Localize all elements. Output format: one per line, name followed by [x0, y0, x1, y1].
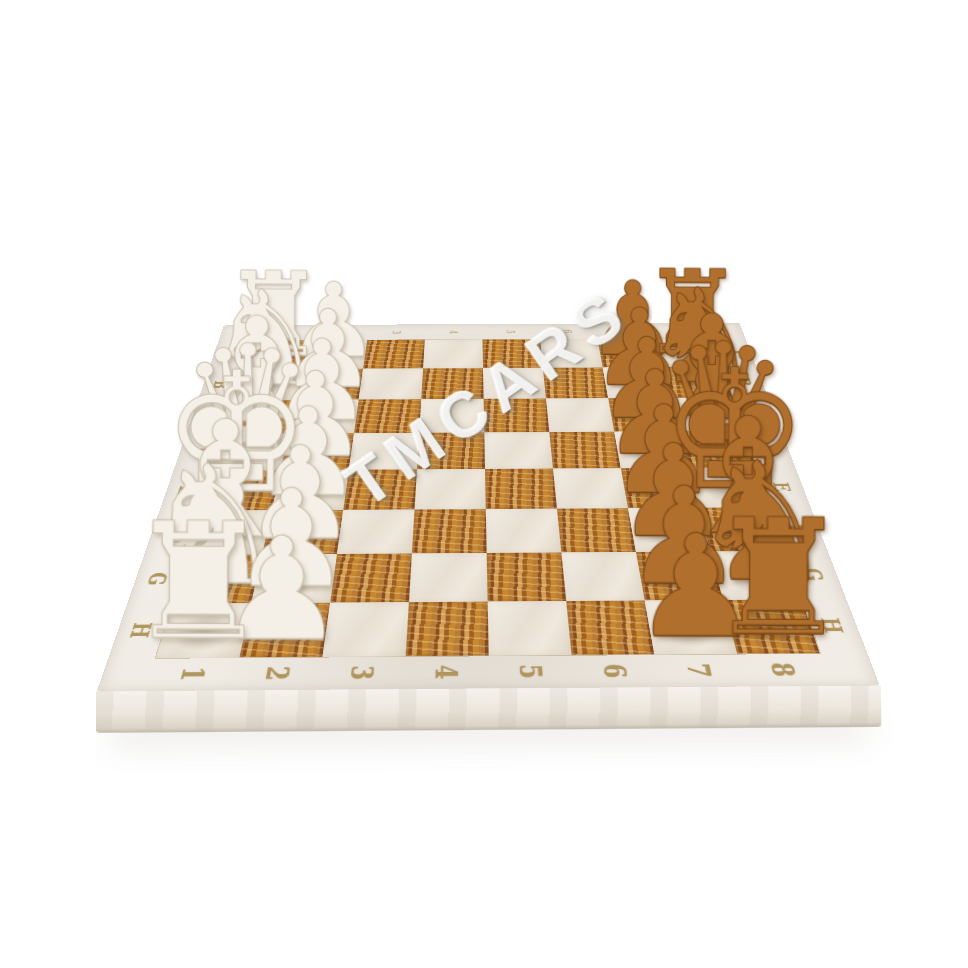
- square-f5: [486, 509, 562, 553]
- piece-shadow-c8: [680, 405, 736, 428]
- square-a2: ♟: [303, 340, 367, 369]
- square-c1: ♝: [224, 400, 297, 434]
- piece-shadow-d7: [623, 439, 679, 464]
- square-b5: [483, 368, 546, 399]
- piece-shadow-c2: [297, 407, 350, 430]
- piece-shadow-g1: [183, 565, 251, 599]
- square-a3: [363, 340, 425, 369]
- piece-shadow-e7: [630, 476, 689, 503]
- square-b8: ♞: [662, 367, 732, 398]
- piece-shadow-h7: [656, 611, 726, 648]
- square-b4: [421, 368, 483, 399]
- piece-shadow-f2: [272, 519, 333, 549]
- square-f2: ♟: [262, 510, 343, 555]
- square-d6: [549, 432, 621, 469]
- square-a6: [540, 339, 603, 368]
- square-b6: [543, 367, 608, 398]
- square-d8: ♛: [679, 431, 756, 468]
- square-d3: [349, 433, 419, 470]
- square-g3: [330, 554, 412, 603]
- piece-shadow-a1: [251, 346, 301, 366]
- square-f8: ♝: [699, 507, 785, 551]
- square-c8: ♝: [670, 398, 744, 432]
- square-a1: ♜: [243, 340, 309, 369]
- square-h6: [566, 601, 654, 655]
- square-h3: [323, 602, 409, 657]
- square-c7: ♟: [608, 398, 679, 432]
- square-a7: ♟: [598, 339, 663, 368]
- piece-shadow-d1: [222, 441, 280, 466]
- piece-shadow-h1: [168, 614, 240, 651]
- square-b3: [359, 368, 423, 399]
- piece-shadow-f7: [638, 517, 700, 547]
- piece-shadow-b7: [611, 374, 662, 395]
- square-f3: [337, 509, 415, 554]
- square-c3: [354, 399, 421, 433]
- piece-shadow-a7: [605, 345, 654, 365]
- square-g1: ♞: [172, 554, 262, 603]
- square-a4: [423, 339, 483, 368]
- square-c2: ♟: [289, 400, 359, 434]
- square-f7: ♟: [628, 508, 710, 552]
- square-g2: ♟: [251, 554, 337, 603]
- square-h7: ♟: [645, 600, 737, 654]
- square-a8: ♜: [655, 338, 722, 367]
- square-g4: [409, 553, 488, 602]
- square-d5: [484, 432, 553, 469]
- piece-shadow-c1: [232, 407, 287, 430]
- piece-shadow-g7: [647, 562, 713, 595]
- square-f6: [557, 508, 636, 552]
- square-g5: [487, 553, 567, 602]
- square-e7: ♟: [621, 468, 699, 508]
- square-h5: [488, 601, 572, 655]
- piece-shadow-g2: [262, 564, 327, 598]
- square-h2: ♟: [239, 603, 330, 658]
- piece-shadow-b2: [304, 375, 355, 396]
- piece-shadow-b1: [242, 375, 294, 396]
- chess-set-scene: 12345678 12345678 ABCDEFGH ABCDEFGH ♜♟♟♜…: [0, 0, 968, 968]
- square-e2: ♟: [272, 470, 349, 511]
- piece-shadow-g8: [722, 561, 790, 594]
- piece-shadow-d8: [689, 439, 747, 464]
- piece-shadow-a8: [663, 344, 714, 364]
- square-b7: ♟: [603, 367, 671, 398]
- piece-shadow-f8: [710, 516, 775, 546]
- board-grid: ♜♟♟♜♞♟♟♞♝♟♟♝♛♟♟♛♚♟♟♚♝♟♟♝♞♟♟♞♜♟♟♜: [156, 338, 820, 658]
- square-h4: [406, 602, 489, 657]
- slab-front-face: [96, 685, 882, 732]
- piece-shadow-e2: [281, 478, 339, 506]
- square-c4: [419, 399, 484, 433]
- square-e1: ♚: [200, 470, 280, 511]
- square-a5: [482, 339, 542, 368]
- square-d7: ♟: [614, 431, 688, 468]
- square-h1: ♜: [156, 603, 251, 658]
- square-c5: [484, 399, 550, 433]
- square-g6: [561, 552, 644, 601]
- piece-shadow-f1: [197, 520, 261, 550]
- square-d4: [417, 432, 485, 469]
- square-e8: ♚: [689, 467, 770, 507]
- square-f4: [412, 509, 487, 553]
- piece-shadow-b8: [671, 373, 724, 394]
- square-d1: ♛: [213, 434, 289, 471]
- piece-shadow-e1: [210, 479, 271, 507]
- square-e3: [343, 469, 417, 510]
- square-e5: [485, 469, 557, 509]
- piece-shadow-e8: [699, 476, 760, 503]
- chess-board-slab: 12345678 12345678 ABCDEFGH ABCDEFGH ♜♟♟♜…: [97, 323, 881, 692]
- piece-shadow-c7: [617, 405, 671, 428]
- square-g7: ♟: [636, 552, 723, 601]
- piece-shadow-h2: [250, 614, 319, 651]
- square-b2: ♟: [296, 369, 363, 400]
- piece-shadow-a2: [311, 346, 360, 366]
- piece-shadow-h8: [735, 611, 808, 648]
- square-d2: ♟: [281, 433, 354, 470]
- square-e6: [553, 468, 628, 508]
- square-b1: ♞: [234, 369, 303, 400]
- product-photo-background: 12345678 12345678 ABCDEFGH ABCDEFGH ♜♟♟♜…: [0, 0, 968, 968]
- square-e4: [415, 469, 486, 509]
- square-g8: ♞: [711, 551, 802, 600]
- coords-front-edge: 12345678: [146, 653, 831, 691]
- square-f1: ♝: [187, 510, 272, 555]
- piece-shadow-d2: [290, 441, 346, 466]
- square-c6: [546, 398, 614, 432]
